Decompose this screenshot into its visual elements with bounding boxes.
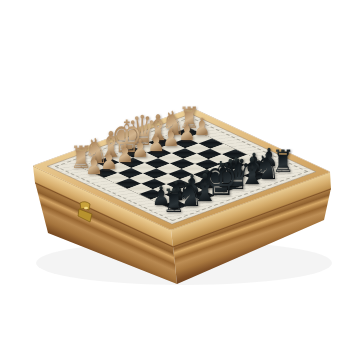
pieces-layer: ♜♞♝♛♚♝♞♜♟♟♟♟♟♟♟♟♟♟♟♟♟♟♟♟♜♞♝♛♚♝♞♜ bbox=[0, 0, 351, 351]
piece-white-pawn-f2[interactable]: ♟ bbox=[116, 142, 134, 167]
piece-white-pawn-h2[interactable]: ♟ bbox=[85, 153, 103, 178]
piece-white-pawn-e2[interactable]: ♟ bbox=[131, 137, 149, 162]
chess-set-photo: ♜♞♝♛♚♝♞♜♟♟♟♟♟♟♟♟♟♟♟♟♟♟♟♟♜♞♝♛♚♝♞♜ bbox=[0, 0, 351, 351]
piece-white-pawn-a2[interactable]: ♟ bbox=[193, 115, 210, 139]
piece-white-pawn-d2[interactable]: ♟ bbox=[147, 131, 165, 156]
piece-black-rook-h8[interactable]: ♜ bbox=[163, 185, 186, 217]
piece-white-pawn-b2[interactable]: ♟ bbox=[178, 120, 195, 144]
piece-white-pawn-g2[interactable]: ♟ bbox=[100, 148, 118, 173]
piece-white-pawn-c2[interactable]: ♟ bbox=[162, 126, 180, 150]
